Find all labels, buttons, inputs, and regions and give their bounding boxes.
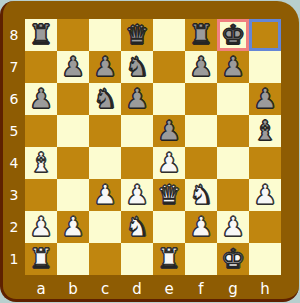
- square-b8[interactable]: [57, 19, 89, 51]
- piece-white-pawn: ♟: [157, 147, 181, 179]
- square-a5[interactable]: [25, 115, 57, 147]
- square-g4[interactable]: [217, 147, 249, 179]
- piece-black-pawn: ♟: [29, 83, 53, 115]
- piece-white-pawn: ♟: [125, 179, 149, 211]
- square-f5[interactable]: [185, 115, 217, 147]
- square-d5[interactable]: [121, 115, 153, 147]
- piece-white-pawn: ♟: [29, 211, 53, 243]
- square-g2[interactable]: ♟: [217, 211, 249, 243]
- square-b6[interactable]: [57, 83, 89, 115]
- rank-label-8: 8: [3, 19, 25, 51]
- square-g7[interactable]: ♟: [217, 51, 249, 83]
- square-c8[interactable]: [89, 19, 121, 51]
- square-d3[interactable]: ♟: [121, 179, 153, 211]
- piece-white-pawn: ♟: [189, 211, 213, 243]
- square-c3[interactable]: ♟: [89, 179, 121, 211]
- square-b5[interactable]: [57, 115, 89, 147]
- board-frame: 87654321 ♜♛♜♚♟♟♞♟♟♟♞♟♟♟♝♝♟♟♟♛♞♟♟♟♞♟♟♜♜♚ …: [0, 1, 299, 302]
- square-h8[interactable]: [249, 19, 281, 51]
- square-c1[interactable]: [89, 243, 121, 275]
- square-b7[interactable]: ♟: [57, 51, 89, 83]
- square-f7[interactable]: ♟: [185, 51, 217, 83]
- square-b2[interactable]: ♟: [57, 211, 89, 243]
- square-d6[interactable]: ♟: [121, 83, 153, 115]
- square-d2[interactable]: ♞: [121, 211, 153, 243]
- square-g6[interactable]: [217, 83, 249, 115]
- piece-black-rook: ♜: [189, 19, 213, 51]
- square-a6[interactable]: ♟: [25, 83, 57, 115]
- square-e3[interactable]: ♛: [153, 179, 185, 211]
- square-h6[interactable]: ♟: [249, 83, 281, 115]
- file-label-h: h: [249, 277, 281, 301]
- square-g1[interactable]: ♚: [217, 243, 249, 275]
- square-e1[interactable]: ♜: [153, 243, 185, 275]
- file-label-c: c: [89, 277, 121, 301]
- piece-black-pawn: ♟: [93, 51, 117, 83]
- piece-white-knight: ♞: [125, 211, 149, 243]
- square-a3[interactable]: [25, 179, 57, 211]
- square-a8[interactable]: ♜: [25, 19, 57, 51]
- piece-white-rook: ♜: [29, 243, 53, 275]
- square-g8[interactable]: ♚: [217, 19, 249, 51]
- square-c6[interactable]: ♞: [89, 83, 121, 115]
- rank-label-2: 2: [3, 211, 25, 243]
- file-label-a: a: [25, 277, 57, 301]
- square-d1[interactable]: [121, 243, 153, 275]
- piece-white-knight: ♞: [189, 179, 213, 211]
- piece-black-pawn: ♟: [157, 115, 181, 147]
- rank-labels: 87654321: [3, 19, 25, 275]
- piece-white-pawn: ♟: [221, 211, 245, 243]
- rank-label-4: 4: [3, 147, 25, 179]
- square-d7[interactable]: ♞: [121, 51, 153, 83]
- piece-white-bishop: ♝: [29, 147, 53, 179]
- file-label-g: g: [217, 277, 249, 301]
- piece-white-pawn: ♟: [253, 179, 277, 211]
- file-label-b: b: [57, 277, 89, 301]
- square-a1[interactable]: ♜: [25, 243, 57, 275]
- square-f2[interactable]: ♟: [185, 211, 217, 243]
- square-h7[interactable]: [249, 51, 281, 83]
- square-d4[interactable]: [121, 147, 153, 179]
- piece-black-knight: ♞: [125, 51, 149, 83]
- file-labels: abcdefgh: [25, 277, 281, 301]
- square-e4[interactable]: ♟: [153, 147, 185, 179]
- square-f4[interactable]: [185, 147, 217, 179]
- square-h2[interactable]: [249, 211, 281, 243]
- square-h3[interactable]: ♟: [249, 179, 281, 211]
- piece-black-knight: ♞: [93, 83, 117, 115]
- piece-black-rook: ♜: [29, 19, 53, 51]
- square-c4[interactable]: [89, 147, 121, 179]
- square-a2[interactable]: ♟: [25, 211, 57, 243]
- square-g3[interactable]: [217, 179, 249, 211]
- square-c2[interactable]: [89, 211, 121, 243]
- piece-black-pawn: ♟: [125, 83, 149, 115]
- square-e7[interactable]: [153, 51, 185, 83]
- square-b1[interactable]: [57, 243, 89, 275]
- square-f8[interactable]: ♜: [185, 19, 217, 51]
- rank-label-6: 6: [3, 83, 25, 115]
- file-label-e: e: [153, 277, 185, 301]
- square-a4[interactable]: ♝: [25, 147, 57, 179]
- piece-black-bishop: ♝: [253, 115, 277, 147]
- chess-board: ♜♛♜♚♟♟♞♟♟♟♞♟♟♟♝♝♟♟♟♛♞♟♟♟♞♟♟♜♜♚: [25, 19, 281, 275]
- square-g5[interactable]: [217, 115, 249, 147]
- piece-white-pawn: ♟: [61, 211, 85, 243]
- square-b4[interactable]: [57, 147, 89, 179]
- piece-black-pawn: ♟: [189, 51, 213, 83]
- square-h4[interactable]: [249, 147, 281, 179]
- square-h1[interactable]: [249, 243, 281, 275]
- piece-black-queen: ♛: [125, 19, 149, 51]
- piece-white-rook: ♜: [157, 243, 181, 275]
- file-label-f: f: [185, 277, 217, 301]
- file-label-d: d: [121, 277, 153, 301]
- square-e8[interactable]: [153, 19, 185, 51]
- square-f3[interactable]: ♞: [185, 179, 217, 211]
- square-b3[interactable]: [57, 179, 89, 211]
- piece-black-king: ♚: [221, 19, 245, 51]
- square-a7[interactable]: [25, 51, 57, 83]
- rank-label-7: 7: [3, 51, 25, 83]
- square-h5[interactable]: ♝: [249, 115, 281, 147]
- piece-white-king: ♚: [221, 243, 245, 275]
- square-e5[interactable]: ♟: [153, 115, 185, 147]
- square-c7[interactable]: ♟: [89, 51, 121, 83]
- piece-white-pawn: ♟: [93, 179, 117, 211]
- piece-white-queen: ♛: [157, 179, 181, 211]
- square-f1[interactable]: [185, 243, 217, 275]
- rank-label-5: 5: [3, 115, 25, 147]
- square-e2[interactable]: [153, 211, 185, 243]
- piece-black-pawn: ♟: [221, 51, 245, 83]
- square-d8[interactable]: ♛: [121, 19, 153, 51]
- square-f6[interactable]: [185, 83, 217, 115]
- square-e6[interactable]: [153, 83, 185, 115]
- square-c5[interactable]: [89, 115, 121, 147]
- piece-black-pawn: ♟: [61, 51, 85, 83]
- rank-label-1: 1: [3, 243, 25, 275]
- rank-label-3: 3: [3, 179, 25, 211]
- piece-black-pawn: ♟: [253, 83, 277, 115]
